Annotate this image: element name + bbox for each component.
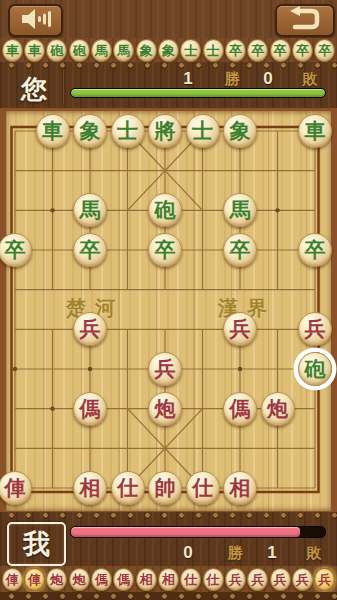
opponent-win-label: 勝 xyxy=(219,70,245,89)
tray-piece-士: 士 xyxy=(203,39,224,62)
tray-piece-俥: 俥 xyxy=(24,568,45,591)
board-piece-傌[interactable]: 傌 xyxy=(73,392,107,426)
xiangqi-board[interactable]: 車象士將士象車馬砲馬卒卒卒卒卒兵兵兵兵砲傌炮傌炮俥相仕帥仕相 xyxy=(0,111,334,508)
board-piece-砲[interactable]: 砲 xyxy=(298,352,332,386)
player-health-bar xyxy=(70,526,326,538)
speaker-icon xyxy=(19,7,53,35)
board-piece-俥[interactable]: 俥 xyxy=(0,471,32,505)
board-piece-馬[interactable]: 馬 xyxy=(223,193,257,227)
bottom-strip xyxy=(0,592,337,600)
tray-piece-馬: 馬 xyxy=(113,39,134,62)
player-win-label: 勝 xyxy=(222,544,248,563)
player-loss-label: 敗 xyxy=(301,544,327,563)
opponent-name: 您 xyxy=(21,72,47,107)
tray-piece-士: 士 xyxy=(180,39,201,62)
board-piece-兵[interactable]: 兵 xyxy=(73,312,107,346)
board-piece-傌[interactable]: 傌 xyxy=(223,392,257,426)
tray-piece-卒: 卒 xyxy=(292,39,313,62)
tray-piece-傌: 傌 xyxy=(113,568,134,591)
xiangqi-app: 車車砲砲馬馬象象士士卒卒卒卒卒 您 1 勝 0 敗 xyxy=(0,0,337,600)
board-piece-相[interactable]: 相 xyxy=(223,471,257,505)
board-piece-卒[interactable]: 卒 xyxy=(298,233,332,267)
tray-piece-車: 車 xyxy=(24,39,45,62)
tray-piece-卒: 卒 xyxy=(270,39,291,62)
tray-piece-兵: 兵 xyxy=(247,568,268,591)
board-piece-兵[interactable]: 兵 xyxy=(298,312,332,346)
tray-piece-兵: 兵 xyxy=(292,568,313,591)
return-icon xyxy=(288,6,322,36)
tray-piece-砲: 砲 xyxy=(46,39,67,62)
board-piece-卒[interactable]: 卒 xyxy=(73,233,107,267)
tray-piece-兵: 兵 xyxy=(314,568,335,591)
player-name: 我 xyxy=(23,526,50,562)
stud-row xyxy=(0,593,337,600)
board-piece-士[interactable]: 士 xyxy=(186,114,220,148)
board-piece-馬[interactable]: 馬 xyxy=(73,193,107,227)
player-piece-tray: 俥俥炮炮傌傌相相仕仕兵兵兵兵兵 xyxy=(0,566,337,592)
tray-piece-仕: 仕 xyxy=(203,568,224,591)
tray-piece-相: 相 xyxy=(158,568,179,591)
stud-row xyxy=(0,62,337,69)
player-health-fill xyxy=(71,527,300,537)
tray-piece-卒: 卒 xyxy=(314,39,335,62)
board-piece-帥[interactable]: 帥 xyxy=(148,471,182,505)
board-piece-卒[interactable]: 卒 xyxy=(0,233,32,267)
opponent-loss-label: 敗 xyxy=(297,70,323,89)
tray-piece-仕: 仕 xyxy=(180,568,201,591)
board-piece-車[interactable]: 車 xyxy=(298,114,332,148)
tray-piece-馬: 馬 xyxy=(91,39,112,62)
tray-piece-兵: 兵 xyxy=(225,568,246,591)
board-piece-兵[interactable]: 兵 xyxy=(148,352,182,386)
stud-row xyxy=(0,512,337,519)
opponent-wins: 1 xyxy=(175,69,201,89)
tray-piece-炮: 炮 xyxy=(69,568,90,591)
player-losses: 1 xyxy=(259,543,285,563)
board-piece-象[interactable]: 象 xyxy=(73,114,107,148)
tray-piece-卒: 卒 xyxy=(225,39,246,62)
opponent-piece-tray: 車車砲砲馬馬象象士士卒卒卒卒卒 xyxy=(0,38,337,62)
top-bar xyxy=(0,0,337,40)
opponent-panel xyxy=(0,62,337,108)
board-piece-仕[interactable]: 仕 xyxy=(111,471,145,505)
board-piece-仕[interactable]: 仕 xyxy=(186,471,220,505)
board-piece-象[interactable]: 象 xyxy=(223,114,257,148)
tray-piece-傌: 傌 xyxy=(91,568,112,591)
board-piece-兵[interactable]: 兵 xyxy=(223,312,257,346)
board-piece-相[interactable]: 相 xyxy=(73,471,107,505)
tray-piece-卒: 卒 xyxy=(247,39,268,62)
player-wins: 0 xyxy=(175,543,201,563)
opponent-health-fill xyxy=(71,89,325,97)
opponent-losses: 0 xyxy=(255,69,281,89)
tray-piece-相: 相 xyxy=(136,568,157,591)
board-piece-卒[interactable]: 卒 xyxy=(148,233,182,267)
opponent-health-bar xyxy=(70,88,326,98)
tray-piece-俥: 俥 xyxy=(2,568,23,591)
tray-piece-兵: 兵 xyxy=(270,568,291,591)
tray-piece-砲: 砲 xyxy=(69,39,90,62)
player-name-box: 我 xyxy=(7,522,66,566)
board-piece-炮[interactable]: 炮 xyxy=(261,392,295,426)
board-piece-車[interactable]: 車 xyxy=(36,114,70,148)
board-piece-將[interactable]: 將 xyxy=(148,114,182,148)
tray-piece-象: 象 xyxy=(136,39,157,62)
tray-piece-車: 車 xyxy=(2,39,23,62)
tray-piece-象: 象 xyxy=(158,39,179,62)
board-piece-炮[interactable]: 炮 xyxy=(148,392,182,426)
board-piece-砲[interactable]: 砲 xyxy=(148,193,182,227)
sound-button[interactable] xyxy=(8,4,63,37)
back-button[interactable] xyxy=(275,4,335,37)
board-piece-士[interactable]: 士 xyxy=(111,114,145,148)
panel-divider xyxy=(62,70,64,104)
board-piece-卒[interactable]: 卒 xyxy=(223,233,257,267)
tray-piece-炮: 炮 xyxy=(46,568,67,591)
